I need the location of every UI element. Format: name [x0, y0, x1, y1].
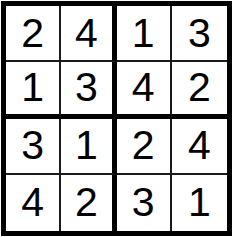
cell-r3c1[interactable]: 3 [6, 119, 61, 175]
cell-r3c2[interactable]: 1 [61, 119, 116, 175]
cell-r1c3[interactable]: 1 [117, 6, 172, 62]
cell-r4c4[interactable]: 1 [172, 175, 227, 231]
cell-r1c1[interactable]: 2 [6, 6, 61, 62]
cell-r3c3[interactable]: 2 [117, 119, 172, 175]
cell-r2c2[interactable]: 3 [61, 62, 116, 118]
sudoku-board-wrapper: 2 4 1 3 1 3 4 2 3 1 2 4 4 2 3 1 [0, 0, 233, 237]
cell-r2c4[interactable]: 2 [172, 62, 227, 118]
cell-r1c2[interactable]: 4 [61, 6, 116, 62]
sudoku-board: 2 4 1 3 1 3 4 2 3 1 2 4 4 2 3 1 [1, 1, 232, 236]
cell-r4c2[interactable]: 2 [61, 175, 116, 231]
cell-r3c4[interactable]: 4 [172, 119, 227, 175]
cell-r4c1[interactable]: 4 [6, 175, 61, 231]
cell-r2c3[interactable]: 4 [117, 62, 172, 118]
cell-r2c1[interactable]: 1 [6, 62, 61, 118]
cell-r1c4[interactable]: 3 [172, 6, 227, 62]
cell-r4c3[interactable]: 3 [117, 175, 172, 231]
